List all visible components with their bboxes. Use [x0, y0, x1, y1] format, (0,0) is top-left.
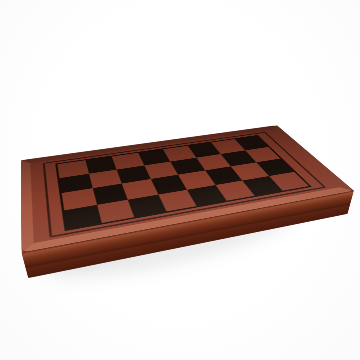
- photo-background: [0, 0, 360, 360]
- board-square: [64, 205, 101, 230]
